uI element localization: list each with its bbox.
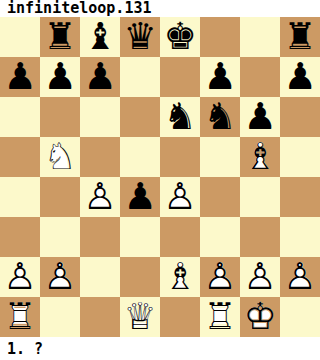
square-c2[interactable] [80,257,120,297]
chess-board: ♜♝♛♚♜♟♟♟♟♟♞♞♟♞♘♝♗♟♙♟♟♙♟♙♟♙♝♗♟♙♟♙♟♙♜♖♛♕♜♖… [0,17,320,337]
square-b1[interactable] [40,297,80,337]
square-d4[interactable]: ♟ [120,177,160,217]
square-f7[interactable]: ♟ [200,57,240,97]
square-h8[interactable]: ♜ [280,17,320,57]
square-a6[interactable] [0,97,40,137]
black-king[interactable]: ♚ [160,17,200,57]
square-e3[interactable] [160,217,200,257]
square-a1[interactable]: ♜♖ [0,297,40,337]
square-h4[interactable] [280,177,320,217]
white-pawn[interactable]: ♟♙ [40,257,80,297]
black-pawn[interactable]: ♟ [200,57,240,97]
square-h7[interactable]: ♟ [280,57,320,97]
square-g2[interactable]: ♟♙ [240,257,280,297]
white-piece-outline: ♙ [80,177,120,217]
white-piece-outline: ♖ [200,297,240,337]
black-knight[interactable]: ♞ [200,97,240,137]
square-f3[interactable] [200,217,240,257]
square-b4[interactable] [40,177,80,217]
square-d8[interactable]: ♛ [120,17,160,57]
square-a8[interactable] [0,17,40,57]
square-f5[interactable] [200,137,240,177]
black-knight[interactable]: ♞ [160,97,200,137]
white-piece-outline: ♙ [40,257,80,297]
square-c3[interactable] [80,217,120,257]
square-a7[interactable]: ♟ [0,57,40,97]
square-a5[interactable] [0,137,40,177]
white-piece-outline: ♘ [40,137,80,177]
white-bishop[interactable]: ♝♗ [240,137,280,177]
square-e7[interactable] [160,57,200,97]
black-pawn[interactable]: ♟ [240,97,280,137]
black-rook[interactable]: ♜ [280,17,320,57]
square-d6[interactable] [120,97,160,137]
square-e4[interactable]: ♟♙ [160,177,200,217]
black-pawn[interactable]: ♟ [0,57,40,97]
chess-diagram-window: infiniteloop.131 ♜♝♛♚♜♟♟♟♟♟♞♞♟♞♘♝♗♟♙♟♟♙♟… [0,0,320,360]
square-f1[interactable]: ♜♖ [200,297,240,337]
square-d2[interactable] [120,257,160,297]
white-king[interactable]: ♚♔ [240,297,280,337]
white-piece-outline: ♙ [240,257,280,297]
square-g5[interactable]: ♝♗ [240,137,280,177]
square-e5[interactable] [160,137,200,177]
white-pawn[interactable]: ♟♙ [80,177,120,217]
square-e6[interactable]: ♞ [160,97,200,137]
square-g4[interactable] [240,177,280,217]
square-h1[interactable] [280,297,320,337]
white-pawn[interactable]: ♟♙ [200,257,240,297]
square-e8[interactable]: ♚ [160,17,200,57]
square-g1[interactable]: ♚♔ [240,297,280,337]
white-piece-outline: ♕ [120,297,160,337]
square-b6[interactable] [40,97,80,137]
square-h5[interactable] [280,137,320,177]
white-pawn[interactable]: ♟♙ [160,177,200,217]
white-rook[interactable]: ♜♖ [200,297,240,337]
square-b3[interactable] [40,217,80,257]
square-c5[interactable] [80,137,120,177]
white-bishop[interactable]: ♝♗ [160,257,200,297]
black-queen[interactable]: ♛ [120,17,160,57]
black-rook[interactable]: ♜ [40,17,80,57]
square-g7[interactable] [240,57,280,97]
square-e2[interactable]: ♝♗ [160,257,200,297]
white-queen[interactable]: ♛♕ [120,297,160,337]
square-d7[interactable] [120,57,160,97]
square-a2[interactable]: ♟♙ [0,257,40,297]
square-c6[interactable] [80,97,120,137]
square-f4[interactable] [200,177,240,217]
white-piece-outline: ♖ [0,297,40,337]
square-f6[interactable]: ♞ [200,97,240,137]
square-g3[interactable] [240,217,280,257]
square-c1[interactable] [80,297,120,337]
white-piece-outline: ♙ [200,257,240,297]
black-pawn[interactable]: ♟ [280,57,320,97]
square-h2[interactable]: ♟♙ [280,257,320,297]
square-e1[interactable] [160,297,200,337]
white-piece-outline: ♗ [160,257,200,297]
square-f2[interactable]: ♟♙ [200,257,240,297]
square-g6[interactable]: ♟ [240,97,280,137]
square-b8[interactable]: ♜ [40,17,80,57]
white-pawn[interactable]: ♟♙ [0,257,40,297]
square-c4[interactable]: ♟♙ [80,177,120,217]
square-b7[interactable]: ♟ [40,57,80,97]
black-bishop[interactable]: ♝ [80,17,120,57]
square-f8[interactable] [200,17,240,57]
white-pawn[interactable]: ♟♙ [240,257,280,297]
square-c7[interactable]: ♟ [80,57,120,97]
square-a4[interactable] [0,177,40,217]
square-b5[interactable]: ♞♘ [40,137,80,177]
square-b2[interactable]: ♟♙ [40,257,80,297]
white-rook[interactable]: ♜♖ [0,297,40,337]
white-knight[interactable]: ♞♘ [40,137,80,177]
square-d3[interactable] [120,217,160,257]
white-piece-outline: ♙ [280,257,320,297]
white-piece-outline: ♗ [240,137,280,177]
square-c8[interactable]: ♝ [80,17,120,57]
white-piece-outline: ♔ [240,297,280,337]
white-piece-outline: ♙ [0,257,40,297]
black-pawn[interactable]: ♟ [120,177,160,217]
black-pawn[interactable]: ♟ [80,57,120,97]
black-pawn[interactable]: ♟ [40,57,80,97]
white-piece-outline: ♙ [160,177,200,217]
square-h6[interactable] [280,97,320,137]
square-g8[interactable] [240,17,280,57]
square-h3[interactable] [280,217,320,257]
square-d5[interactable] [120,137,160,177]
white-pawn[interactable]: ♟♙ [280,257,320,297]
square-a3[interactable] [0,217,40,257]
square-d1[interactable]: ♛♕ [120,297,160,337]
move-prompt: 1. ? [0,337,320,358]
